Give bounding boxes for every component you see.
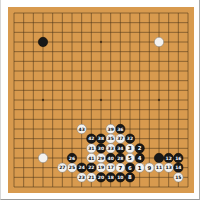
- move-number: 7: [118, 165, 122, 171]
- move-number: 23: [79, 175, 85, 180]
- move-number: 10: [117, 175, 123, 180]
- move-number: 18: [108, 175, 114, 180]
- move-number: 27: [59, 165, 65, 170]
- move-number: 31: [88, 146, 94, 151]
- move-number: 22: [88, 165, 94, 170]
- move-number: 26: [69, 156, 75, 161]
- move-number: 5: [128, 155, 132, 161]
- go-diagram-page: 1234567891011121314151617181920212223242…: [0, 0, 200, 200]
- move-number: 14: [175, 165, 181, 170]
- move-number: 11: [156, 165, 162, 170]
- move-number: 9: [147, 165, 151, 171]
- move-number: 17: [108, 165, 114, 170]
- star-point: [100, 41, 102, 43]
- move-number: 6: [128, 165, 132, 171]
- move-number: 30: [98, 146, 104, 151]
- move-number: 3: [128, 145, 132, 151]
- move-number: 28: [117, 156, 123, 161]
- move-number: 41: [88, 156, 94, 161]
- move-number: 33: [108, 146, 114, 151]
- setup-stone-D4: [38, 153, 47, 162]
- setup-stone-Q16: [154, 37, 163, 46]
- move-number: 2: [138, 145, 142, 151]
- move-number: 39: [108, 127, 114, 132]
- move-number: 13: [166, 165, 172, 170]
- setup-stone-D16: [38, 37, 47, 46]
- star-point: [42, 99, 44, 101]
- move-number: 19: [98, 165, 104, 170]
- move-number: 43: [79, 127, 85, 132]
- move-number: 21: [88, 175, 94, 180]
- move-number: 35: [108, 136, 114, 141]
- move-number: 16: [175, 156, 181, 161]
- move-number: 4: [138, 155, 142, 161]
- star-point: [158, 99, 160, 101]
- go-board[interactable]: 1234567891011121314151617181920212223242…: [1, 0, 199, 199]
- move-number: 34: [117, 146, 123, 151]
- star-point: [100, 99, 102, 101]
- move-number: 38: [98, 136, 104, 141]
- move-number: 20: [98, 175, 104, 180]
- move-number: 36: [117, 127, 123, 132]
- setup-stone-Q4: [154, 153, 163, 162]
- move-number: 37: [117, 136, 123, 141]
- move-number: 12: [166, 156, 172, 161]
- move-number: 1: [138, 165, 142, 171]
- move-number: 40: [108, 156, 114, 161]
- move-number: 8: [128, 174, 132, 180]
- move-number: 42: [88, 136, 94, 141]
- move-number: 24: [79, 165, 85, 170]
- go-board-svg: 1234567891011121314151617181920212223242…: [1, 0, 201, 200]
- move-number: 29: [98, 156, 104, 161]
- move-number: 32: [127, 136, 133, 141]
- move-number: 25: [69, 165, 75, 170]
- move-number: 15: [175, 175, 181, 180]
